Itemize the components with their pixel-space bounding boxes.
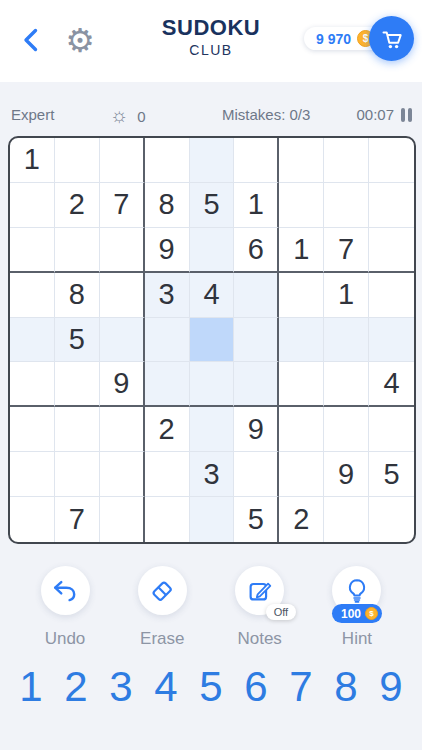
numpad-9[interactable]: 9	[373, 664, 409, 710]
hint-label: Hint	[342, 629, 372, 649]
shop-button[interactable]	[369, 16, 414, 61]
cell-r1c7[interactable]	[279, 138, 324, 183]
cell-r6c6[interactable]	[234, 362, 279, 407]
cell-r3c8[interactable]: 7	[324, 228, 369, 273]
cell-r1c3[interactable]	[100, 138, 145, 183]
cell-r4c1[interactable]	[10, 273, 55, 318]
cell-r9c7[interactable]: 2	[279, 497, 324, 542]
numpad-7[interactable]: 7	[283, 664, 319, 710]
cell-r3c4[interactable]: 9	[145, 228, 190, 273]
cell-r6c4[interactable]	[145, 362, 190, 407]
cell-r7c1[interactable]	[10, 407, 55, 452]
numpad-4[interactable]: 4	[148, 664, 184, 710]
sudoku-board: 1278519617834159429395752	[8, 136, 416, 544]
hint-button[interactable]: 100 $ Hint	[318, 566, 396, 649]
cell-r3c9[interactable]	[369, 228, 414, 273]
cell-r2c3[interactable]: 7	[100, 183, 145, 228]
cell-r6c5[interactable]	[190, 362, 235, 407]
cell-r6c7[interactable]	[279, 362, 324, 407]
difficulty-label: Expert	[11, 106, 54, 123]
settings-button[interactable]: ⚙	[60, 20, 100, 60]
cell-r6c3[interactable]: 9	[100, 362, 145, 407]
erase-circle	[138, 566, 187, 615]
timer-group[interactable]: 00:07	[356, 106, 412, 123]
app-title: SUDOKU	[162, 15, 260, 41]
cell-r9c9[interactable]	[369, 497, 414, 542]
sudoku-grid: 1278519617834159429395752	[10, 138, 414, 542]
cell-r6c1[interactable]	[10, 362, 55, 407]
cell-r5c4[interactable]	[145, 318, 190, 363]
cell-r5c7[interactable]	[279, 318, 324, 363]
cell-r5c9[interactable]	[369, 318, 414, 363]
cell-r1c4[interactable]	[145, 138, 190, 183]
cell-r5c8[interactable]	[324, 318, 369, 363]
toolbar: Undo Erase	[0, 566, 422, 649]
mistakes-counter: Mistakes: 0/3	[222, 106, 310, 123]
hint-cost-value: 100	[341, 607, 361, 621]
pause-icon[interactable]	[401, 108, 412, 122]
cell-r4c6[interactable]	[234, 273, 279, 318]
cell-r7c2[interactable]	[55, 407, 100, 452]
status-bar: Expert ☼ 0 Mistakes: 0/3 00:07	[0, 104, 422, 128]
notes-label: Notes	[237, 629, 281, 649]
coins-value: 9 970	[316, 31, 351, 47]
cell-r8c9[interactable]: 5	[369, 452, 414, 497]
cell-r8c7[interactable]	[279, 452, 324, 497]
undo-label: Undo	[45, 629, 86, 649]
numpad-6[interactable]: 6	[238, 664, 274, 710]
cell-r7c3[interactable]	[100, 407, 145, 452]
numpad-1[interactable]: 1	[13, 664, 49, 710]
cell-r5c6[interactable]	[234, 318, 279, 363]
erase-button[interactable]: Erase	[123, 566, 201, 649]
cell-r7c5[interactable]	[190, 407, 235, 452]
cell-r9c3[interactable]	[100, 497, 145, 542]
timer-value: 00:07	[356, 106, 394, 123]
cell-r6c2[interactable]	[55, 362, 100, 407]
hint-coin-icon: $	[365, 607, 378, 620]
cell-r2c2[interactable]: 2	[55, 183, 100, 228]
notes-off-badge: Off	[266, 604, 296, 620]
cell-r4c2[interactable]: 8	[55, 273, 100, 318]
cell-r4c9[interactable]	[369, 273, 414, 318]
cell-r2c8[interactable]	[324, 183, 369, 228]
cell-r3c6[interactable]: 6	[234, 228, 279, 273]
numpad-5[interactable]: 5	[193, 664, 229, 710]
undo-arrow-icon	[50, 576, 80, 606]
cell-r7c4[interactable]: 2	[145, 407, 190, 452]
sudoku-app: ⚙ SUDOKU CLUB 9 970 $ Expert ☼ 0 Mis	[0, 0, 422, 750]
cell-r1c5[interactable]	[190, 138, 235, 183]
cell-r6c8[interactable]	[324, 362, 369, 407]
cell-r5c5[interactable]	[190, 318, 235, 363]
cell-r7c7[interactable]	[279, 407, 324, 452]
cell-r2c7[interactable]	[279, 183, 324, 228]
cell-r2c5[interactable]: 5	[190, 183, 235, 228]
cell-r7c6[interactable]: 9	[234, 407, 279, 452]
cell-r6c9[interactable]: 4	[369, 362, 414, 407]
cell-r4c4[interactable]: 3	[145, 273, 190, 318]
cell-r8c8[interactable]: 9	[324, 452, 369, 497]
cell-r1c9[interactable]	[369, 138, 414, 183]
cell-r8c2[interactable]	[55, 452, 100, 497]
cell-r1c8[interactable]	[324, 138, 369, 183]
undo-button[interactable]: Undo	[26, 566, 104, 649]
cell-r4c3[interactable]	[100, 273, 145, 318]
cell-r3c3[interactable]	[100, 228, 145, 273]
cell-r7c9[interactable]	[369, 407, 414, 452]
app-subtitle: CLUB	[162, 42, 260, 58]
cell-r9c6[interactable]: 5	[234, 497, 279, 542]
cell-r7c8[interactable]	[324, 407, 369, 452]
cell-r9c4[interactable]	[145, 497, 190, 542]
lightbulb-icon	[342, 576, 372, 606]
header: ⚙ SUDOKU CLUB 9 970 $	[0, 0, 422, 82]
page-title: SUDOKU CLUB	[162, 15, 260, 58]
score-icon: ☼	[110, 104, 128, 126]
cell-r2c1[interactable]	[10, 183, 55, 228]
cell-r8c6[interactable]	[234, 452, 279, 497]
score-group: ☼ 0	[110, 104, 146, 126]
numpad: 123456789	[0, 664, 422, 710]
score-value: 0	[137, 106, 145, 125]
cell-r5c1[interactable]	[10, 318, 55, 363]
cell-r2c9[interactable]	[369, 183, 414, 228]
cell-r4c7[interactable]	[279, 273, 324, 318]
undo-circle	[41, 566, 90, 615]
cell-r3c1[interactable]	[10, 228, 55, 273]
eraser-icon	[147, 576, 177, 606]
cell-r2c4[interactable]: 8	[145, 183, 190, 228]
cell-r8c3[interactable]	[100, 452, 145, 497]
gear-icon: ⚙	[65, 24, 95, 57]
back-chevron-icon	[18, 26, 46, 54]
cell-r8c4[interactable]	[145, 452, 190, 497]
notes-circle: Off	[235, 566, 284, 615]
cell-r1c6[interactable]	[234, 138, 279, 183]
cell-r5c2[interactable]: 5	[55, 318, 100, 363]
cell-r9c2[interactable]: 7	[55, 497, 100, 542]
numpad-8[interactable]: 8	[328, 664, 364, 710]
back-button[interactable]	[14, 22, 50, 58]
cell-r3c2[interactable]	[55, 228, 100, 273]
hint-cost-badge: 100 $	[332, 604, 382, 623]
hint-circle: 100 $	[332, 566, 381, 615]
cell-r5c3[interactable]	[100, 318, 145, 363]
notes-button[interactable]: Off Notes	[221, 566, 299, 649]
numpad-2[interactable]: 2	[58, 664, 94, 710]
numpad-3[interactable]: 3	[103, 664, 139, 710]
cell-r8c5[interactable]: 3	[190, 452, 235, 497]
cell-r8c1[interactable]	[10, 452, 55, 497]
cell-r4c8[interactable]: 1	[324, 273, 369, 318]
cell-r1c1[interactable]: 1	[10, 138, 55, 183]
cell-r9c5[interactable]	[190, 497, 235, 542]
cart-icon	[379, 26, 405, 52]
erase-label: Erase	[140, 629, 184, 649]
cell-r1c2[interactable]	[55, 138, 100, 183]
pencil-square-icon	[245, 576, 275, 606]
cell-r4c5[interactable]: 4	[190, 273, 235, 318]
cell-r3c5[interactable]	[190, 228, 235, 273]
cell-r9c8[interactable]	[324, 497, 369, 542]
cell-r9c1[interactable]	[10, 497, 55, 542]
cell-r3c7[interactable]: 1	[279, 228, 324, 273]
cell-r2c6[interactable]: 1	[234, 183, 279, 228]
